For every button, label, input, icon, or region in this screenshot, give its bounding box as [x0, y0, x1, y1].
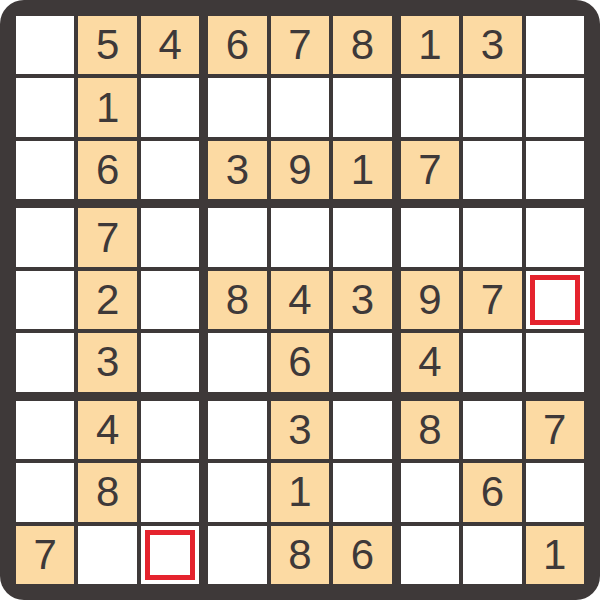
sudoku-cell-r7c6[interactable]: [333, 401, 391, 459]
sudoku-cell-r4c7[interactable]: [401, 208, 459, 266]
sudoku-cell-r2c3[interactable]: [141, 78, 199, 136]
sudoku-cell-r3c3[interactable]: [141, 141, 199, 199]
sudoku-cell-r5c9[interactable]: [526, 271, 584, 329]
sudoku-cell-r3c6[interactable]: 1: [333, 141, 391, 199]
sudoku-cell-r1c5[interactable]: 7: [271, 16, 329, 74]
sudoku-cell-r5c2[interactable]: 2: [78, 271, 136, 329]
sudoku-cell-r6c8[interactable]: [463, 333, 521, 391]
sudoku-cell-r4c8[interactable]: [463, 208, 521, 266]
sudoku-cell-r1c6[interactable]: 8: [333, 16, 391, 74]
sudoku-cell-r2c4[interactable]: [208, 78, 266, 136]
sudoku-cell-r7c3[interactable]: [141, 401, 199, 459]
sudoku-cell-r4c1[interactable]: [16, 208, 74, 266]
sudoku-cell-r8c4[interactable]: [208, 463, 266, 521]
sudoku-cell-r3c4[interactable]: 3: [208, 141, 266, 199]
sudoku-cell-r6c7[interactable]: 4: [401, 333, 459, 391]
sudoku-cell-r7c7[interactable]: 8: [401, 401, 459, 459]
sudoku-cell-r1c4[interactable]: 6: [208, 16, 266, 74]
sudoku-cell-r4c5[interactable]: [271, 208, 329, 266]
sudoku-cell-r1c2[interactable]: 5: [78, 16, 136, 74]
sudoku-block-2: 678391: [208, 16, 391, 199]
sudoku-block-9: 8761: [401, 401, 584, 584]
sudoku-cell-r6c4[interactable]: [208, 333, 266, 391]
sudoku-cell-r8c3[interactable]: [141, 463, 199, 521]
sudoku-cell-r4c9[interactable]: [526, 208, 584, 266]
sudoku-cell-r1c8[interactable]: 3: [463, 16, 521, 74]
sudoku-cell-r2c9[interactable]: [526, 78, 584, 136]
sudoku-cell-r1c1[interactable]: [16, 16, 74, 74]
sudoku-cell-r1c7[interactable]: 1: [401, 16, 459, 74]
sudoku-cell-r2c8[interactable]: [463, 78, 521, 136]
sudoku-cell-r6c1[interactable]: [16, 333, 74, 391]
sudoku-cell-r3c8[interactable]: [463, 141, 521, 199]
sudoku-cell-r3c2[interactable]: 6: [78, 141, 136, 199]
sudoku-cell-r9c1[interactable]: 7: [16, 526, 74, 584]
sudoku-block-7: 487: [16, 401, 199, 584]
sudoku-cell-r2c1[interactable]: [16, 78, 74, 136]
sudoku-cell-r2c2[interactable]: 1: [78, 78, 136, 136]
sudoku-cell-r3c5[interactable]: 9: [271, 141, 329, 199]
sudoku-cell-r2c7[interactable]: [401, 78, 459, 136]
target-cell-marker: [530, 275, 580, 325]
sudoku-cell-r5c6[interactable]: 3: [333, 271, 391, 329]
sudoku-cell-r5c1[interactable]: [16, 271, 74, 329]
sudoku-cell-r4c3[interactable]: [141, 208, 199, 266]
sudoku-cell-r9c9[interactable]: 1: [526, 526, 584, 584]
sudoku-cell-r4c6[interactable]: [333, 208, 391, 266]
sudoku-cell-r8c8[interactable]: 6: [463, 463, 521, 521]
sudoku-cell-r4c4[interactable]: [208, 208, 266, 266]
sudoku-cell-r7c5[interactable]: 3: [271, 401, 329, 459]
sudoku-block-1: 5416: [16, 16, 199, 199]
sudoku-cell-r4c2[interactable]: 7: [78, 208, 136, 266]
sudoku-cell-r9c5[interactable]: 8: [271, 526, 329, 584]
sudoku-cell-r7c4[interactable]: [208, 401, 266, 459]
sudoku-cell-r9c8[interactable]: [463, 526, 521, 584]
sudoku-cell-r2c5[interactable]: [271, 78, 329, 136]
sudoku-cell-r5c8[interactable]: 7: [463, 271, 521, 329]
sudoku-cell-r8c6[interactable]: [333, 463, 391, 521]
sudoku-board: 5416678391137723843697448731868761: [0, 0, 600, 600]
sudoku-cell-r3c7[interactable]: 7: [401, 141, 459, 199]
sudoku-cell-r6c3[interactable]: [141, 333, 199, 391]
sudoku-block-4: 723: [16, 208, 199, 391]
sudoku-cell-r5c7[interactable]: 9: [401, 271, 459, 329]
target-cell-marker: [145, 530, 195, 580]
sudoku-cell-r9c3[interactable]: [141, 526, 199, 584]
sudoku-cell-r6c6[interactable]: [333, 333, 391, 391]
sudoku-cell-r3c1[interactable]: [16, 141, 74, 199]
sudoku-block-3: 137: [401, 16, 584, 199]
sudoku-cell-r6c5[interactable]: 6: [271, 333, 329, 391]
sudoku-cell-r5c3[interactable]: [141, 271, 199, 329]
sudoku-cell-r3c9[interactable]: [526, 141, 584, 199]
sudoku-cell-r9c4[interactable]: [208, 526, 266, 584]
sudoku-cell-r9c7[interactable]: [401, 526, 459, 584]
sudoku-cell-r7c1[interactable]: [16, 401, 74, 459]
sudoku-cell-r7c8[interactable]: [463, 401, 521, 459]
sudoku-cell-r5c4[interactable]: 8: [208, 271, 266, 329]
sudoku-block-5: 8436: [208, 208, 391, 391]
sudoku-cell-r9c2[interactable]: [78, 526, 136, 584]
sudoku-cell-r2c6[interactable]: [333, 78, 391, 136]
sudoku-cell-r5c5[interactable]: 4: [271, 271, 329, 329]
sudoku-cell-r7c2[interactable]: 4: [78, 401, 136, 459]
sudoku-cell-r1c3[interactable]: 4: [141, 16, 199, 74]
sudoku-cell-r8c7[interactable]: [401, 463, 459, 521]
sudoku-cell-r6c9[interactable]: [526, 333, 584, 391]
sudoku-block-8: 3186: [208, 401, 391, 584]
sudoku-cell-r9c6[interactable]: 6: [333, 526, 391, 584]
sudoku-cell-r8c1[interactable]: [16, 463, 74, 521]
sudoku-cell-r8c9[interactable]: [526, 463, 584, 521]
sudoku-cell-r8c2[interactable]: 8: [78, 463, 136, 521]
sudoku-block-6: 974: [401, 208, 584, 391]
sudoku-grid: 5416678391137723843697448731868761: [16, 16, 584, 584]
sudoku-cell-r8c5[interactable]: 1: [271, 463, 329, 521]
sudoku-cell-r7c9[interactable]: 7: [526, 401, 584, 459]
sudoku-cell-r1c9[interactable]: [526, 16, 584, 74]
sudoku-cell-r6c2[interactable]: 3: [78, 333, 136, 391]
